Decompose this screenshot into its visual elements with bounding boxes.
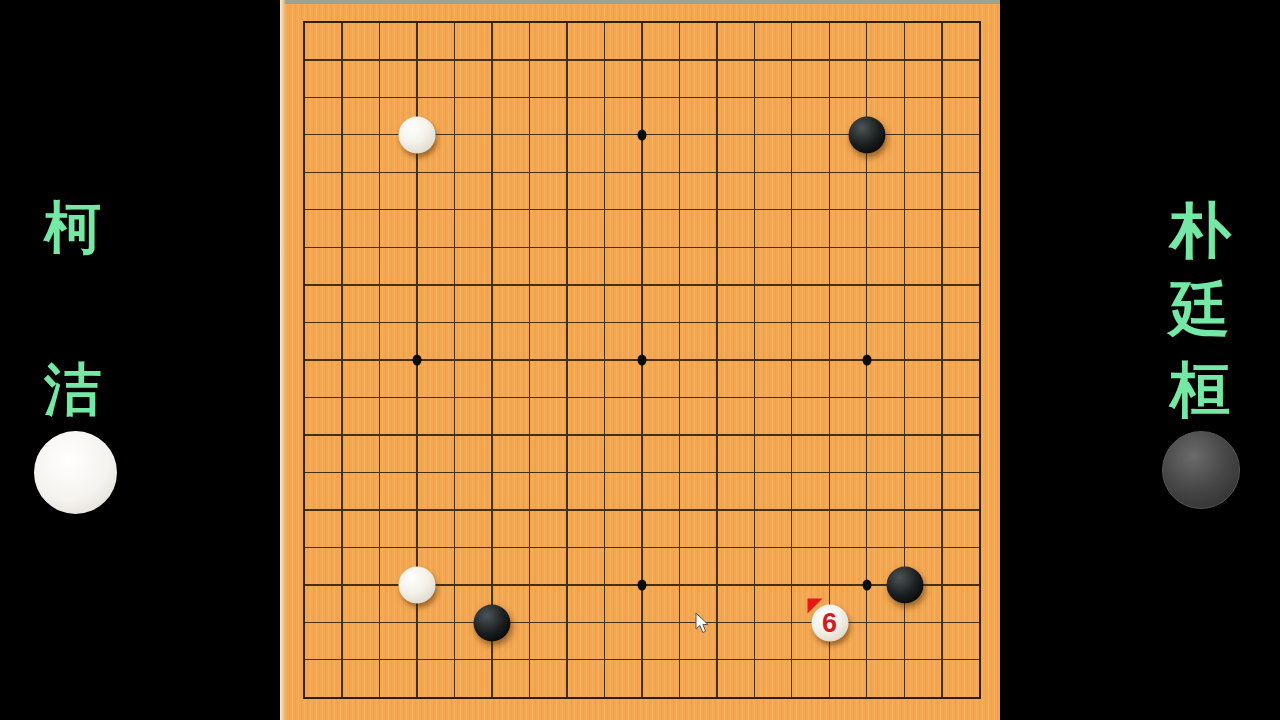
stone-D4-white[interactable] — [399, 567, 436, 604]
screen: { "game": "go", "board": { "size": 19, "… — [0, 0, 1280, 720]
star-point — [413, 355, 422, 366]
stone-P3-white[interactable]: 6 — [811, 604, 848, 641]
star-point — [863, 580, 872, 591]
star-point — [638, 580, 647, 591]
move-number-label: 6 — [811, 604, 848, 641]
left-player-name-char-1: 柯 — [45, 199, 102, 256]
go-board-surface[interactable]: 6 — [280, 0, 1000, 720]
stone-F3-black[interactable] — [474, 604, 511, 641]
stone-R4-black[interactable] — [886, 567, 923, 604]
star-point — [863, 355, 872, 366]
left-player-name-char-2: 洁 — [45, 361, 102, 418]
right-player-name-char-2: 廷 — [1170, 280, 1230, 340]
star-point — [638, 130, 647, 141]
stone-D16-white[interactable] — [399, 117, 436, 154]
stone-Q16-black[interactable] — [849, 117, 886, 154]
right-player-name-char-1: 朴 — [1170, 201, 1230, 261]
right-player-black-stone-indicator — [1162, 431, 1240, 509]
right-player-name-char-3: 桓 — [1170, 360, 1230, 420]
go-board-panel: 6 — [280, 0, 1000, 720]
star-point — [638, 355, 647, 366]
left-player-white-stone-indicator — [34, 431, 117, 514]
mouse-cursor-icon — [695, 612, 711, 634]
